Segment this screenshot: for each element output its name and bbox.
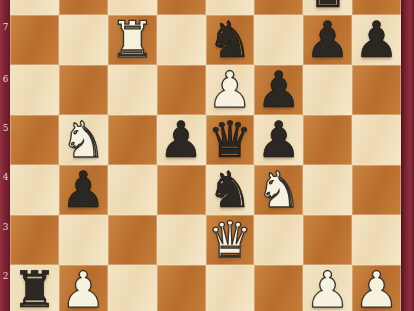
square-g5 [303,115,352,165]
square-a2: ♜ [10,265,59,311]
chess-diagram: ♚♜♞♟♟♟♟♞♟♛♟♟♞♞♛♜♟♟♟♜♚ 765432 [0,0,414,311]
piece-black-pawn-h7: ♟ [354,15,399,65]
square-b3 [59,215,108,265]
square-e8 [206,0,255,15]
square-h5 [352,115,401,165]
rank-label-6: 6 [1,74,10,84]
piece-white-pawn-e6: ♟ [208,65,253,115]
square-c4 [108,165,157,215]
square-e2 [206,265,255,311]
square-b5: ♞ [59,115,108,165]
piece-black-knight-e7: ♞ [208,15,253,65]
piece-black-pawn-b4: ♟ [61,165,106,215]
piece-white-pawn-b2: ♟ [61,265,106,311]
square-a8 [10,0,59,15]
square-g2: ♟ [303,265,352,311]
square-f2 [254,265,303,311]
square-d6 [157,65,206,115]
square-c6 [108,65,157,115]
piece-black-pawn-g7: ♟ [305,15,350,65]
square-b7 [59,15,108,65]
square-g4 [303,165,352,215]
square-d8 [157,0,206,15]
board-right-border [401,0,414,311]
square-f8 [254,0,303,15]
board-left-border [0,0,10,311]
piece-white-queen-e3: ♛ [208,215,253,265]
square-d4 [157,165,206,215]
square-b8 [59,0,108,15]
square-d2 [157,265,206,311]
square-c5 [108,115,157,165]
piece-black-knight-e4: ♞ [208,165,253,215]
square-g7: ♟ [303,15,352,65]
piece-black-king-g8: ♚ [305,0,350,15]
piece-white-knight-f4: ♞ [256,165,301,215]
square-e6: ♟ [206,65,255,115]
piece-white-knight-b5: ♞ [61,115,106,165]
square-f4: ♞ [254,165,303,215]
square-g8: ♚ [303,0,352,15]
square-e5: ♛ [206,115,255,165]
square-a4 [10,165,59,215]
piece-black-pawn-f6: ♟ [256,65,301,115]
piece-white-pawn-g2: ♟ [305,265,350,311]
square-c3 [108,215,157,265]
rank-label-7: 7 [1,22,10,32]
square-h3 [352,215,401,265]
square-f5: ♟ [254,115,303,165]
piece-black-pawn-d5: ♟ [159,115,204,165]
square-g6 [303,65,352,115]
square-f3 [254,215,303,265]
piece-black-rook-a2: ♜ [12,265,57,311]
square-a6 [10,65,59,115]
square-a5 [10,115,59,165]
rank-label-3: 3 [1,222,10,232]
square-b2: ♟ [59,265,108,311]
piece-white-rook-c7: ♜ [110,15,155,65]
square-c8 [108,0,157,15]
piece-white-pawn-h2: ♟ [354,265,399,311]
square-e7: ♞ [206,15,255,65]
square-a3 [10,215,59,265]
piece-black-queen-e5: ♛ [208,115,253,165]
square-b6 [59,65,108,115]
rank-label-4: 4 [1,172,10,182]
square-h6 [352,65,401,115]
square-c7: ♜ [108,15,157,65]
square-g3 [303,215,352,265]
square-d5: ♟ [157,115,206,165]
square-e4: ♞ [206,165,255,215]
rank-label-5: 5 [1,123,10,133]
chess-board: ♚♜♞♟♟♟♟♞♟♛♟♟♞♞♛♜♟♟♟♜♚ [10,0,401,311]
square-h7: ♟ [352,15,401,65]
square-e3: ♛ [206,215,255,265]
piece-black-pawn-f5: ♟ [256,115,301,165]
square-b4: ♟ [59,165,108,215]
square-d3 [157,215,206,265]
square-f6: ♟ [254,65,303,115]
square-a7 [10,15,59,65]
square-d7 [157,15,206,65]
square-f7 [254,15,303,65]
square-h8 [352,0,401,15]
square-h2: ♟ [352,265,401,311]
square-c2 [108,265,157,311]
square-h4 [352,165,401,215]
rank-label-2: 2 [1,271,10,281]
